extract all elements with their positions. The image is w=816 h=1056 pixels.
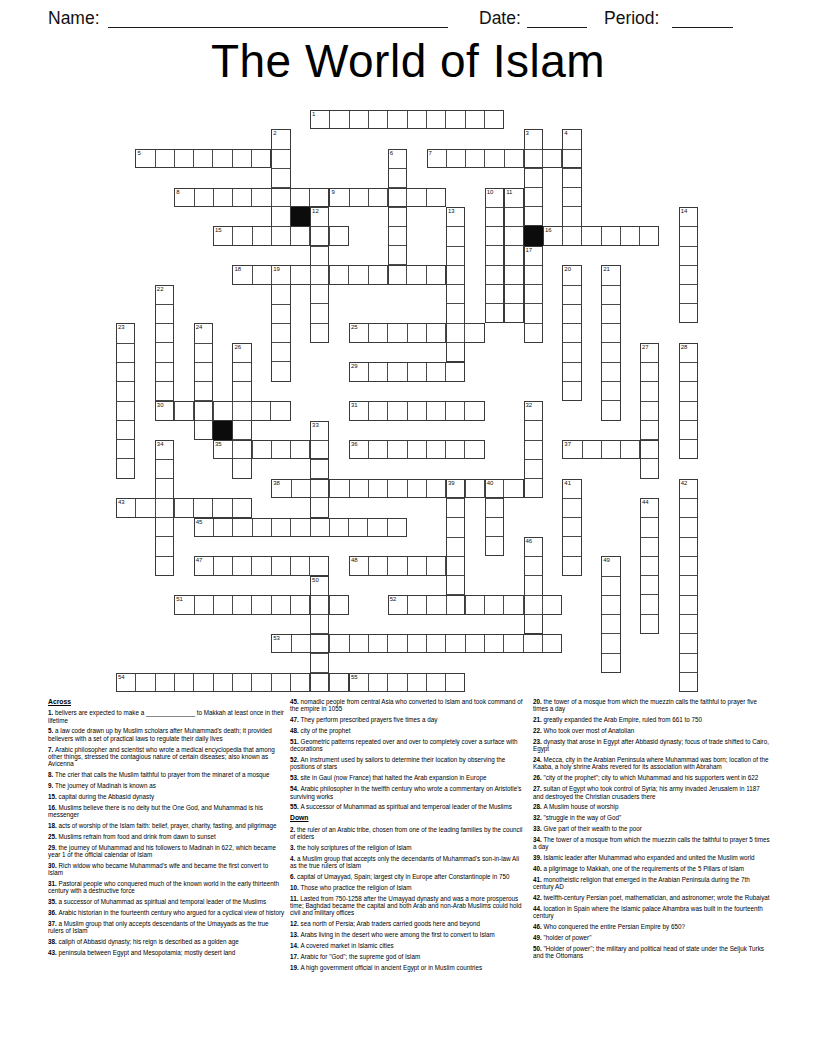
cell[interactable] <box>408 674 427 691</box>
cell[interactable] <box>369 266 388 283</box>
cell[interactable] <box>369 189 388 206</box>
cell[interactable] <box>195 344 212 363</box>
cell[interactable] <box>311 285 328 304</box>
cell[interactable] <box>641 557 658 576</box>
cell[interactable] <box>680 615 697 634</box>
cell[interactable]: 11 <box>505 189 522 208</box>
cell[interactable] <box>292 635 311 652</box>
cell[interactable] <box>272 324 289 343</box>
cell[interactable] <box>447 324 464 343</box>
cell[interactable] <box>465 324 483 341</box>
cell[interactable] <box>272 674 291 691</box>
cell[interactable] <box>156 401 173 419</box>
cell[interactable] <box>195 421 212 439</box>
cell[interactable] <box>194 674 213 691</box>
cell[interactable] <box>175 499 194 516</box>
cell[interactable] <box>156 382 173 401</box>
cell[interactable] <box>214 674 233 691</box>
cell[interactable] <box>311 615 328 634</box>
cell[interactable]: 32 <box>525 402 542 421</box>
cell[interactable] <box>408 480 427 497</box>
cell[interactable] <box>447 285 464 304</box>
cell[interactable]: 25 <box>350 324 369 341</box>
cell[interactable] <box>485 150 504 167</box>
cell[interactable] <box>505 246 522 265</box>
cell[interactable] <box>680 654 697 673</box>
cell[interactable] <box>621 441 640 458</box>
cell[interactable] <box>447 150 466 167</box>
cell[interactable] <box>253 266 272 283</box>
cell[interactable] <box>272 343 289 362</box>
cell[interactable] <box>389 246 406 265</box>
cell[interactable]: 52 <box>389 596 408 613</box>
cell[interactable] <box>156 363 173 382</box>
cell[interactable] <box>350 111 369 128</box>
cell[interactable] <box>271 402 289 419</box>
cell[interactable] <box>680 285 697 304</box>
cell[interactable] <box>291 596 310 613</box>
cell[interactable] <box>680 499 697 518</box>
cell[interactable] <box>602 634 619 653</box>
cell[interactable] <box>388 402 407 419</box>
cell[interactable] <box>213 499 232 516</box>
cell[interactable] <box>156 557 173 575</box>
cell[interactable] <box>117 421 134 440</box>
cell[interactable] <box>680 596 697 615</box>
cell[interactable] <box>485 635 504 652</box>
cell[interactable] <box>504 596 523 613</box>
cell[interactable] <box>272 285 289 304</box>
cell[interactable] <box>175 150 194 167</box>
cell[interactable] <box>117 440 134 459</box>
cell[interactable] <box>466 150 485 167</box>
cell[interactable]: 45 <box>195 519 214 536</box>
cell[interactable] <box>388 557 407 574</box>
cell[interactable] <box>525 169 542 188</box>
date-blank-field[interactable] <box>527 7 587 28</box>
cell[interactable] <box>641 538 658 557</box>
cell[interactable]: 28 <box>680 344 697 363</box>
cell[interactable]: 55 <box>350 674 369 691</box>
cell[interactable] <box>563 305 580 324</box>
cell[interactable] <box>543 596 561 613</box>
cell[interactable] <box>465 402 483 419</box>
cell[interactable]: 22 <box>156 286 173 305</box>
cell[interactable] <box>233 382 250 401</box>
cell[interactable] <box>680 673 697 691</box>
cell[interactable]: 24 <box>195 324 212 343</box>
cell[interactable] <box>233 363 250 382</box>
cell[interactable] <box>543 635 561 652</box>
cell[interactable] <box>369 480 388 497</box>
cell[interactable] <box>311 498 328 516</box>
cell[interactable] <box>680 557 697 576</box>
cell[interactable] <box>252 557 271 574</box>
cell[interactable] <box>369 441 388 458</box>
cell[interactable] <box>408 111 427 128</box>
cell[interactable] <box>525 421 542 440</box>
cell[interactable] <box>525 557 542 576</box>
cell[interactable]: 38 <box>272 480 291 497</box>
cell[interactable]: 53 <box>272 635 291 652</box>
cell[interactable] <box>195 363 212 382</box>
cell[interactable] <box>563 382 580 400</box>
cell[interactable] <box>640 227 658 244</box>
cell[interactable] <box>330 227 348 244</box>
cell[interactable] <box>602 654 619 672</box>
cell[interactable]: 29 <box>350 363 369 380</box>
cell[interactable] <box>602 596 619 615</box>
cell[interactable] <box>388 519 406 536</box>
cell[interactable] <box>525 188 542 207</box>
cell[interactable] <box>408 635 427 652</box>
cell[interactable] <box>233 440 250 459</box>
cell[interactable] <box>641 615 658 633</box>
cell[interactable] <box>311 519 330 536</box>
cell[interactable] <box>136 674 155 691</box>
cell[interactable] <box>486 266 503 285</box>
cell[interactable] <box>504 480 522 497</box>
cell[interactable]: 12 <box>311 208 328 227</box>
cell[interactable] <box>291 557 310 574</box>
cell[interactable] <box>602 382 619 401</box>
cell[interactable] <box>156 537 173 556</box>
cell[interactable] <box>505 227 522 246</box>
cell[interactable] <box>388 441 407 458</box>
cell[interactable] <box>175 674 194 691</box>
cell[interactable] <box>369 674 388 691</box>
cell[interactable] <box>447 538 464 557</box>
cell[interactable] <box>291 189 310 206</box>
cell[interactable] <box>525 150 542 169</box>
cell[interactable] <box>447 304 464 323</box>
cell[interactable] <box>641 382 658 401</box>
cell[interactable] <box>194 499 213 516</box>
cell[interactable] <box>233 519 252 536</box>
cell[interactable] <box>213 150 232 167</box>
cell[interactable] <box>252 674 271 691</box>
cell[interactable] <box>388 111 407 128</box>
cell[interactable]: 1 <box>311 111 330 128</box>
cell[interactable] <box>311 673 328 691</box>
cell[interactable] <box>602 615 619 634</box>
cell[interactable] <box>525 304 542 323</box>
cell[interactable] <box>330 596 348 613</box>
cell[interactable] <box>563 227 580 245</box>
cell[interactable]: 33 <box>311 422 328 441</box>
name-blank-field[interactable] <box>108 7 448 28</box>
cell[interactable] <box>311 247 328 266</box>
cell[interactable] <box>563 499 580 518</box>
cell[interactable] <box>214 557 233 574</box>
cell[interactable]: 7 <box>428 150 447 167</box>
cell[interactable] <box>427 596 446 613</box>
cell[interactable] <box>680 363 697 382</box>
cell[interactable] <box>156 150 175 167</box>
cell[interactable] <box>427 324 446 341</box>
cell[interactable] <box>272 305 289 324</box>
cell[interactable] <box>466 111 485 128</box>
cell[interactable] <box>602 343 619 362</box>
cell[interactable] <box>311 634 328 653</box>
cell[interactable] <box>582 227 601 244</box>
cell[interactable] <box>389 208 406 227</box>
cell[interactable] <box>156 324 173 343</box>
cell[interactable] <box>272 519 291 536</box>
cell[interactable] <box>486 285 503 304</box>
cell[interactable] <box>389 188 406 207</box>
cell[interactable] <box>466 480 485 497</box>
cell[interactable] <box>136 499 155 516</box>
cell[interactable] <box>330 674 348 691</box>
cell[interactable] <box>486 518 503 537</box>
cell[interactable] <box>330 480 349 497</box>
cell[interactable] <box>214 519 233 536</box>
cell[interactable] <box>641 576 658 595</box>
cell[interactable] <box>602 227 621 244</box>
cell[interactable] <box>641 363 658 382</box>
cell[interactable] <box>408 557 427 574</box>
cell[interactable] <box>408 363 427 380</box>
cell[interactable] <box>369 557 388 574</box>
cell[interactable] <box>680 538 697 557</box>
cell[interactable] <box>641 518 658 537</box>
cell[interactable] <box>563 363 580 382</box>
cell[interactable] <box>252 402 271 419</box>
cell[interactable] <box>485 111 503 128</box>
cell[interactable] <box>641 421 658 440</box>
cell[interactable] <box>427 363 446 380</box>
cell[interactable] <box>485 596 504 613</box>
cell[interactable] <box>525 266 542 285</box>
cell[interactable]: 6 <box>389 150 406 169</box>
cell[interactable] <box>272 188 289 207</box>
cell[interactable]: 46 <box>525 538 542 557</box>
cell[interactable] <box>602 286 619 305</box>
cell[interactable] <box>602 401 619 419</box>
cell[interactable] <box>563 150 580 169</box>
cell[interactable] <box>272 596 291 613</box>
cell[interactable] <box>310 189 328 206</box>
cell[interactable]: 31 <box>350 402 369 419</box>
cell[interactable]: 35 <box>214 441 233 458</box>
cell[interactable] <box>233 674 252 691</box>
cell[interactable] <box>427 635 446 652</box>
cell[interactable] <box>311 324 328 342</box>
cell[interactable] <box>447 499 464 518</box>
cell[interactable] <box>505 266 522 285</box>
cell[interactable]: 43 <box>117 499 136 516</box>
cell[interactable] <box>233 150 252 167</box>
cell[interactable] <box>156 460 173 479</box>
cell[interactable] <box>505 150 524 167</box>
cell[interactable] <box>233 227 252 244</box>
cell[interactable] <box>253 519 272 536</box>
cell[interactable]: 49 <box>602 557 619 576</box>
cell[interactable] <box>446 402 465 419</box>
cell[interactable] <box>486 304 503 322</box>
cell[interactable] <box>233 557 252 574</box>
cell[interactable] <box>330 519 349 536</box>
cell[interactable] <box>214 402 233 419</box>
cell[interactable] <box>291 266 310 283</box>
cell[interactable] <box>447 343 464 361</box>
cell[interactable]: 48 <box>350 557 369 574</box>
cell[interactable] <box>233 459 250 477</box>
cell[interactable] <box>311 266 328 285</box>
cell[interactable]: 26 <box>233 344 250 363</box>
cell[interactable]: 37 <box>563 441 582 458</box>
cell[interactable] <box>680 304 697 322</box>
cell[interactable] <box>272 227 289 245</box>
cell[interactable] <box>233 189 252 206</box>
cell[interactable] <box>369 111 388 128</box>
cell[interactable] <box>563 518 580 537</box>
cell[interactable]: 14 <box>680 208 697 227</box>
cell[interactable] <box>447 227 464 246</box>
cell[interactable]: 50 <box>311 577 328 596</box>
cell[interactable] <box>330 111 349 128</box>
cell[interactable] <box>680 518 697 537</box>
cell[interactable] <box>388 674 407 691</box>
cell[interactable] <box>369 402 388 419</box>
cell[interactable]: 47 <box>195 557 214 574</box>
cell[interactable]: 20 <box>563 266 580 285</box>
cell[interactable] <box>291 674 310 691</box>
cell[interactable] <box>447 576 464 595</box>
cell[interactable] <box>446 635 465 652</box>
cell[interactable] <box>156 343 173 362</box>
cell[interactable] <box>253 441 272 458</box>
cell[interactable] <box>388 635 407 652</box>
cell[interactable] <box>272 169 289 188</box>
cell[interactable] <box>602 363 619 382</box>
cell[interactable] <box>446 441 465 458</box>
cell[interactable] <box>563 207 580 226</box>
cell[interactable] <box>272 441 291 458</box>
cell[interactable] <box>680 227 697 246</box>
cell[interactable] <box>195 189 214 206</box>
cell[interactable] <box>427 266 445 283</box>
cell[interactable] <box>680 247 697 266</box>
cell[interactable] <box>466 596 485 613</box>
cell[interactable] <box>233 402 250 421</box>
cell[interactable]: 2 <box>272 130 289 149</box>
cell[interactable] <box>680 576 697 595</box>
cell[interactable] <box>272 150 289 169</box>
cell[interactable] <box>427 480 446 497</box>
cell[interactable] <box>292 480 311 497</box>
cell[interactable] <box>388 324 407 341</box>
cell[interactable] <box>505 208 522 227</box>
cell[interactable] <box>117 363 134 382</box>
cell[interactable] <box>252 189 271 206</box>
cell[interactable] <box>369 363 388 380</box>
cell[interactable] <box>330 266 349 283</box>
cell[interactable]: 13 <box>447 208 464 227</box>
cell[interactable] <box>272 557 291 574</box>
cell[interactable] <box>427 189 445 206</box>
cell[interactable] <box>446 363 464 380</box>
cell[interactable] <box>583 441 602 458</box>
cell[interactable] <box>621 227 640 244</box>
cell[interactable] <box>563 343 580 362</box>
cell[interactable] <box>602 577 619 596</box>
cell[interactable] <box>389 169 406 188</box>
cell[interactable] <box>563 286 580 305</box>
cell[interactable]: 18 <box>233 266 252 283</box>
cell[interactable]: 39 <box>447 480 464 499</box>
cell[interactable] <box>368 519 387 536</box>
cell[interactable] <box>369 635 388 652</box>
cell[interactable] <box>486 537 503 555</box>
cell[interactable] <box>214 596 233 613</box>
cell[interactable] <box>641 402 658 421</box>
cell[interactable]: 15 <box>214 227 233 244</box>
cell[interactable] <box>525 596 542 615</box>
cell[interactable]: 34 <box>156 441 173 460</box>
cell[interactable] <box>486 208 503 227</box>
cell[interactable] <box>427 674 446 691</box>
cell[interactable] <box>563 557 580 575</box>
cell[interactable] <box>447 247 464 266</box>
cell[interactable] <box>408 402 427 419</box>
cell[interactable] <box>525 479 542 497</box>
cell[interactable] <box>407 189 426 206</box>
cell[interactable] <box>680 266 697 285</box>
cell[interactable] <box>156 499 173 518</box>
cell[interactable] <box>543 150 562 167</box>
cell[interactable] <box>563 324 580 343</box>
cell[interactable]: 27 <box>641 344 658 363</box>
cell[interactable] <box>388 363 407 380</box>
cell[interactable] <box>117 382 134 401</box>
period-blank-field[interactable] <box>672 7 733 28</box>
cell[interactable] <box>389 265 406 283</box>
cell[interactable] <box>465 441 483 458</box>
cell[interactable] <box>117 402 134 421</box>
cell[interactable] <box>349 519 368 536</box>
cell[interactable] <box>427 557 446 574</box>
cell[interactable] <box>525 324 542 342</box>
cell[interactable] <box>388 480 407 497</box>
cell[interactable] <box>505 304 522 322</box>
cell[interactable] <box>525 207 542 225</box>
cell[interactable] <box>311 460 328 479</box>
cell[interactable] <box>194 150 213 167</box>
cell[interactable]: 9 <box>330 189 349 206</box>
cell[interactable] <box>291 519 310 536</box>
cell[interactable] <box>117 459 134 477</box>
cell[interactable] <box>233 596 252 613</box>
cell[interactable] <box>350 189 369 206</box>
cell[interactable] <box>156 479 173 498</box>
cell[interactable] <box>389 227 406 246</box>
cell[interactable]: 44 <box>641 499 658 518</box>
cell[interactable] <box>252 596 271 613</box>
cell[interactable] <box>291 227 310 244</box>
cell[interactable] <box>272 362 289 380</box>
cell[interactable] <box>233 421 250 440</box>
cell[interactable] <box>117 344 134 363</box>
cell[interactable]: 23 <box>117 324 134 343</box>
cell[interactable] <box>525 615 542 633</box>
cell[interactable] <box>641 440 658 459</box>
cell[interactable] <box>156 674 175 691</box>
cell[interactable] <box>291 441 310 458</box>
cell[interactable]: 42 <box>680 480 697 499</box>
cell[interactable] <box>602 305 619 324</box>
